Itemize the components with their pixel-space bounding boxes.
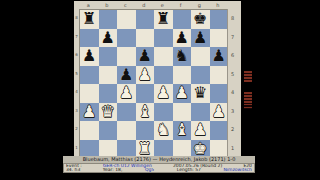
white-knight-e2: ♞ — [156, 121, 170, 140]
square-g8[interactable]: ♚ — [191, 10, 210, 29]
game-info-box: Event : GER-ch U12 Willingen2007.05.26 (… — [63, 163, 255, 173]
black-pawn-h6: ♟ — [212, 47, 226, 66]
rank-label-1: 1 — [228, 139, 241, 158]
margin-marker-icon — [244, 92, 252, 109]
square-b4[interactable] — [99, 84, 118, 103]
white-pawn-d5: ♟ — [138, 66, 152, 85]
square-c2[interactable] — [117, 121, 136, 140]
square-e4[interactable]: ♟ — [154, 84, 173, 103]
square-b6[interactable] — [99, 47, 118, 66]
square-e3[interactable] — [154, 103, 173, 122]
black-rook-a8: ♜ — [82, 10, 96, 29]
square-f8[interactable] — [173, 10, 192, 29]
rank-label-4: 4 — [228, 83, 241, 102]
rank-label-6: 6 — [228, 46, 241, 65]
board-frame: abcdefgh 87654321 ♜♜♚♟♟♟♟♟♞♟♟♟♟♟♟♛♟♛♝♟♞♝… — [74, 1, 241, 162]
square-b3[interactable]: ♛ — [99, 103, 118, 122]
white-pawn-f4: ♟ — [175, 84, 189, 103]
square-f6[interactable]: ♞ — [173, 47, 192, 66]
rank-label-5: 5 — [228, 65, 241, 84]
square-d3[interactable]: ♝ — [136, 103, 155, 122]
square-a8[interactable]: ♜ — [80, 10, 99, 29]
square-f4[interactable]: ♟ — [173, 84, 192, 103]
file-label-c: c — [116, 1, 135, 9]
chess-board: ♜♜♚♟♟♟♟♟♞♟♟♟♟♟♟♛♟♛♝♟♞♝♟♜♚ — [79, 9, 227, 157]
square-h6[interactable]: ♟ — [210, 47, 229, 66]
black-queen-g4: ♛ — [193, 84, 207, 103]
square-d2[interactable] — [136, 121, 155, 140]
square-e2[interactable]: ♞ — [154, 121, 173, 140]
rank-labels-right: 87654321 — [227, 9, 241, 157]
square-a2[interactable] — [80, 121, 99, 140]
black-king-g8: ♚ — [193, 10, 207, 29]
square-h4[interactable] — [210, 84, 229, 103]
black-pawn-a6: ♟ — [82, 47, 96, 66]
square-h7[interactable] — [210, 29, 229, 48]
square-c5[interactable]: ♟ — [117, 66, 136, 85]
square-f3[interactable] — [173, 103, 192, 122]
square-b7[interactable]: ♟ — [99, 29, 118, 48]
black-knight-f6: ♞ — [175, 47, 189, 66]
square-c3[interactable] — [117, 103, 136, 122]
info-text: Length: 57 — [177, 168, 201, 172]
file-label-d: d — [135, 1, 154, 9]
black-pawn-c5: ♟ — [119, 66, 133, 85]
square-d4[interactable] — [136, 84, 155, 103]
square-c8[interactable] — [117, 10, 136, 29]
square-g2[interactable]: ♟ — [191, 121, 210, 140]
square-a6[interactable]: ♟ — [80, 47, 99, 66]
square-d8[interactable] — [136, 10, 155, 29]
file-label-b: b — [98, 1, 117, 9]
file-label-h: h — [209, 1, 228, 9]
white-pawn-h3: ♟ — [212, 103, 226, 122]
square-c6[interactable] — [117, 47, 136, 66]
square-a4[interactable] — [80, 84, 99, 103]
info-link[interactable]: Qg5 — [145, 168, 154, 172]
black-rook-e8: ♜ — [156, 10, 170, 29]
white-pawn-e4: ♟ — [156, 84, 170, 103]
square-b5[interactable] — [99, 66, 118, 85]
square-h8[interactable] — [210, 10, 229, 29]
margin-marker-icon — [244, 71, 252, 82]
square-e7[interactable] — [154, 29, 173, 48]
file-label-e: e — [153, 1, 172, 9]
square-g6[interactable] — [191, 47, 210, 66]
square-d7[interactable] — [136, 29, 155, 48]
rank-label-8: 8 — [228, 9, 241, 28]
white-pawn-a3: ♟ — [82, 103, 96, 122]
square-g3[interactable] — [191, 103, 210, 122]
square-e5[interactable] — [154, 66, 173, 85]
black-pawn-g7: ♟ — [193, 29, 207, 48]
info-text: Year: 18, — [103, 168, 123, 172]
square-a3[interactable]: ♟ — [80, 103, 99, 122]
file-labels-top: abcdefgh — [79, 1, 227, 9]
square-g4[interactable]: ♛ — [191, 84, 210, 103]
black-pawn-d6: ♟ — [138, 47, 152, 66]
black-pawn-b7: ♟ — [101, 29, 115, 48]
square-h5[interactable] — [210, 66, 229, 85]
info-link[interactable]: Nimzowitsch — [223, 168, 251, 172]
square-h2[interactable] — [210, 121, 229, 140]
square-g5[interactable] — [191, 66, 210, 85]
square-c7[interactable] — [117, 29, 136, 48]
rank-label-7: 7 — [228, 28, 241, 47]
white-queen-b3: ♛ — [101, 103, 115, 122]
square-e6[interactable] — [154, 47, 173, 66]
square-a5[interactable] — [80, 66, 99, 85]
players-line: Bluebaum, Matthias (2176) — Heydenreich,… — [63, 156, 255, 163]
white-bishop-f2: ♝ — [175, 121, 189, 140]
white-pawn-c4: ♟ — [119, 84, 133, 103]
square-h3[interactable]: ♟ — [210, 103, 229, 122]
video-frame: abcdefgh 87654321 ♜♜♚♟♟♟♟♟♞♟♟♟♟♟♟♛♟♛♝♟♞♝… — [0, 0, 320, 180]
square-f2[interactable]: ♝ — [173, 121, 192, 140]
white-pawn-g2: ♟ — [193, 121, 207, 140]
square-f5[interactable] — [173, 66, 192, 85]
square-e8[interactable]: ♜ — [154, 10, 173, 29]
move-info-line: 34. h3Year: 18,Qg5Length: 57Nimzowitsch — [66, 168, 252, 172]
rank-label-3: 3 — [228, 102, 241, 121]
square-d6[interactable]: ♟ — [136, 47, 155, 66]
white-bishop-d3: ♝ — [138, 103, 152, 122]
square-a7[interactable] — [80, 29, 99, 48]
square-d5[interactable]: ♟ — [136, 66, 155, 85]
file-label-f: f — [172, 1, 191, 9]
rank-label-2: 2 — [228, 120, 241, 139]
file-label-g: g — [190, 1, 209, 9]
square-c4[interactable]: ♟ — [117, 84, 136, 103]
square-b2[interactable] — [99, 121, 118, 140]
file-label-a: a — [79, 1, 98, 9]
info-text: 34. h3 — [66, 168, 80, 172]
black-pawn-f7: ♟ — [175, 29, 189, 48]
square-f7[interactable]: ♟ — [173, 29, 192, 48]
square-g7[interactable]: ♟ — [191, 29, 210, 48]
square-b8[interactable] — [99, 10, 118, 29]
